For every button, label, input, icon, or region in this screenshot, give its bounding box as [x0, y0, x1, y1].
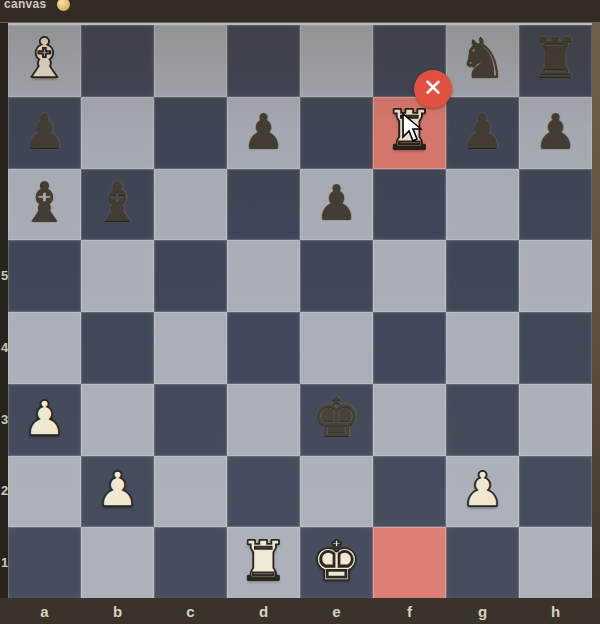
- board-left-margin: [0, 23, 8, 598]
- square-g5[interactable]: [446, 240, 519, 312]
- square-d7[interactable]: ♟: [227, 97, 300, 169]
- piece-white-king[interactable]: ♚: [312, 534, 361, 589]
- square-d8[interactable]: [227, 25, 300, 97]
- square-d2[interactable]: [227, 456, 300, 528]
- square-h3[interactable]: [519, 384, 592, 456]
- square-d1[interactable]: ♜: [227, 527, 300, 599]
- square-e8[interactable]: [300, 25, 373, 97]
- square-f5[interactable]: [373, 240, 446, 312]
- square-f4[interactable]: [373, 312, 446, 384]
- file-label-b: b: [81, 598, 154, 624]
- square-g1[interactable]: [446, 527, 519, 599]
- square-c8[interactable]: [154, 25, 227, 97]
- square-e3[interactable]: ♚: [300, 384, 373, 456]
- square-h5[interactable]: [519, 240, 592, 312]
- square-e2[interactable]: [300, 456, 373, 528]
- square-b6[interactable]: ♝: [81, 169, 154, 241]
- square-b3[interactable]: [81, 384, 154, 456]
- piece-black-pawn[interactable]: ♟: [461, 107, 504, 155]
- square-h7[interactable]: ♟: [519, 97, 592, 169]
- piece-black-bishop[interactable]: ♝: [93, 175, 142, 230]
- square-e4[interactable]: [300, 312, 373, 384]
- square-h2[interactable]: [519, 456, 592, 528]
- square-c3[interactable]: [154, 384, 227, 456]
- square-a4[interactable]: [8, 312, 81, 384]
- square-a2[interactable]: [8, 456, 81, 528]
- square-h1[interactable]: [519, 527, 592, 599]
- chess-board[interactable]: ♝♞♜♟♟♜♟♟♝♝♟♟♚♟♟♜♚54321✕: [8, 23, 592, 599]
- square-c6[interactable]: [154, 169, 227, 241]
- square-d6[interactable]: [227, 169, 300, 241]
- board-right-margin: [592, 23, 600, 598]
- incorrect-move-x-icon: ✕: [414, 70, 452, 108]
- piece-white-pawn[interactable]: ♟: [461, 465, 504, 513]
- piece-white-rook[interactable]: ♜: [385, 103, 434, 158]
- square-a5[interactable]: [8, 240, 81, 312]
- square-a3[interactable]: ♟: [8, 384, 81, 456]
- square-g4[interactable]: [446, 312, 519, 384]
- piece-black-rook[interactable]: ♜: [531, 31, 580, 86]
- piece-black-pawn[interactable]: ♟: [315, 178, 358, 226]
- square-d4[interactable]: [227, 312, 300, 384]
- square-g8[interactable]: ♞: [446, 25, 519, 97]
- square-f1[interactable]: [373, 527, 446, 599]
- piece-white-rook[interactable]: ♜: [239, 534, 288, 589]
- square-b7[interactable]: [81, 97, 154, 169]
- file-label-a: a: [8, 598, 81, 624]
- square-g6[interactable]: [446, 169, 519, 241]
- square-e6[interactable]: ♟: [300, 169, 373, 241]
- square-d5[interactable]: [227, 240, 300, 312]
- square-c1[interactable]: [154, 527, 227, 599]
- top-toolbar: canvas: [0, 0, 600, 23]
- square-b5[interactable]: [81, 240, 154, 312]
- piece-black-pawn[interactable]: ♟: [23, 107, 66, 155]
- file-label-d: d: [227, 598, 300, 624]
- square-g7[interactable]: ♟: [446, 97, 519, 169]
- yellow-dot-icon: [57, 0, 70, 11]
- piece-black-king[interactable]: ♚: [312, 390, 361, 445]
- square-a6[interactable]: ♝: [8, 169, 81, 241]
- square-e5[interactable]: [300, 240, 373, 312]
- file-label-c: c: [154, 598, 227, 624]
- file-label-g: g: [446, 598, 519, 624]
- square-c4[interactable]: [154, 312, 227, 384]
- file-label-e: e: [300, 598, 373, 624]
- file-label-f: f: [373, 598, 446, 624]
- square-a8[interactable]: ♝: [8, 25, 81, 97]
- square-a1[interactable]: [8, 527, 81, 599]
- square-c5[interactable]: [154, 240, 227, 312]
- square-h8[interactable]: ♜: [519, 25, 592, 97]
- piece-black-knight[interactable]: ♞: [458, 31, 507, 86]
- square-f6[interactable]: [373, 169, 446, 241]
- square-c7[interactable]: [154, 97, 227, 169]
- square-e1[interactable]: ♚: [300, 527, 373, 599]
- square-e7[interactable]: [300, 97, 373, 169]
- piece-white-pawn[interactable]: ♟: [96, 465, 139, 513]
- piece-white-pawn[interactable]: ♟: [23, 394, 66, 442]
- piece-black-bishop[interactable]: ♝: [20, 175, 69, 230]
- file-coordinates-strip: abcdefgh: [0, 598, 600, 624]
- square-h6[interactable]: [519, 169, 592, 241]
- square-b4[interactable]: [81, 312, 154, 384]
- square-f2[interactable]: [373, 456, 446, 528]
- piece-white-bishop[interactable]: ♝: [20, 31, 69, 86]
- chess-app-screen: canvas ♝♞♜♟♟♜♟♟♝♝♟♟♚♟♟♜♚54321✕ abcdefgh: [0, 0, 600, 624]
- piece-black-pawn[interactable]: ♟: [242, 107, 285, 155]
- square-a7[interactable]: ♟: [8, 97, 81, 169]
- square-h4[interactable]: [519, 312, 592, 384]
- toolbar-tab-title[interactable]: canvas: [4, 0, 47, 11]
- square-b1[interactable]: [81, 527, 154, 599]
- square-f3[interactable]: [373, 384, 446, 456]
- piece-black-pawn[interactable]: ♟: [534, 107, 577, 155]
- square-d3[interactable]: [227, 384, 300, 456]
- file-label-h: h: [519, 598, 592, 624]
- square-g3[interactable]: [446, 384, 519, 456]
- square-c2[interactable]: [154, 456, 227, 528]
- square-g2[interactable]: ♟: [446, 456, 519, 528]
- square-b8[interactable]: [81, 25, 154, 97]
- square-b2[interactable]: ♟: [81, 456, 154, 528]
